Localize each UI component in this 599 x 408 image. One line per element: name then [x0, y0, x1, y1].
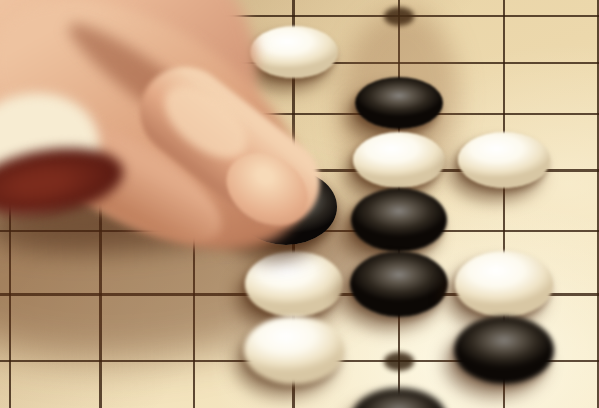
board-intersection[interactable] [555, 200, 599, 262]
star-point [384, 7, 414, 26]
black-stone [355, 77, 443, 129]
board-intersection[interactable] [345, 395, 453, 408]
board-intersection[interactable] [0, 87, 55, 141]
board-intersection[interactable] [0, 262, 55, 327]
board-intersection[interactable] [0, 39, 55, 87]
board-intersection[interactable] [0, 200, 55, 262]
white-stone [250, 26, 338, 78]
board-intersection[interactable] [0, 327, 55, 395]
white-stone [244, 316, 344, 384]
board-intersection[interactable] [146, 141, 242, 200]
white-stone [353, 132, 445, 188]
go-board-photo [0, 0, 599, 408]
black-stone [350, 251, 448, 317]
white-stone [458, 132, 550, 188]
board-intersection[interactable] [55, 395, 146, 408]
black-stone [454, 316, 554, 384]
board-intersection[interactable] [55, 87, 146, 141]
board-intersection[interactable] [0, 141, 55, 200]
white-stone [455, 251, 553, 317]
board-intersection[interactable] [242, 327, 345, 395]
board-intersection[interactable] [453, 327, 555, 395]
board-intersection[interactable] [453, 395, 555, 408]
board-intersection[interactable] [146, 262, 242, 327]
star-point [384, 352, 414, 371]
board-intersection[interactable] [555, 39, 599, 87]
board-grid [0, 0, 599, 408]
board-intersection[interactable] [146, 39, 242, 87]
board-intersection[interactable] [242, 87, 345, 141]
placed-black-stone [235, 169, 337, 245]
board-intersection[interactable] [146, 0, 242, 39]
board-intersection[interactable] [0, 0, 55, 39]
board-intersection[interactable] [55, 39, 146, 87]
board-intersection[interactable] [555, 327, 599, 395]
board-intersection[interactable] [242, 39, 345, 87]
board-intersection[interactable] [555, 87, 599, 141]
board-intersection[interactable] [55, 327, 146, 395]
board-intersection[interactable] [453, 141, 555, 200]
board-intersection[interactable] [146, 87, 242, 141]
board-intersection[interactable] [242, 395, 345, 408]
board-intersection[interactable] [555, 262, 599, 327]
board-intersection[interactable] [453, 0, 555, 39]
board-intersection[interactable] [345, 262, 453, 327]
board-intersection[interactable] [345, 327, 453, 395]
white-stone [245, 251, 343, 317]
board-intersection[interactable] [55, 262, 146, 327]
board-intersection[interactable] [345, 0, 453, 39]
board-intersection[interactable] [55, 200, 146, 262]
board-intersection[interactable] [453, 39, 555, 87]
board-intersection[interactable] [55, 141, 146, 200]
board-intersection[interactable] [55, 0, 146, 39]
board-intersection[interactable] [555, 141, 599, 200]
board-intersection[interactable] [146, 395, 242, 408]
board-intersection[interactable] [555, 395, 599, 408]
black-stone [351, 188, 447, 252]
board-intersection[interactable] [146, 200, 242, 262]
board-intersection[interactable] [0, 395, 55, 408]
board-intersection[interactable] [146, 327, 242, 395]
board-intersection[interactable] [555, 0, 599, 39]
